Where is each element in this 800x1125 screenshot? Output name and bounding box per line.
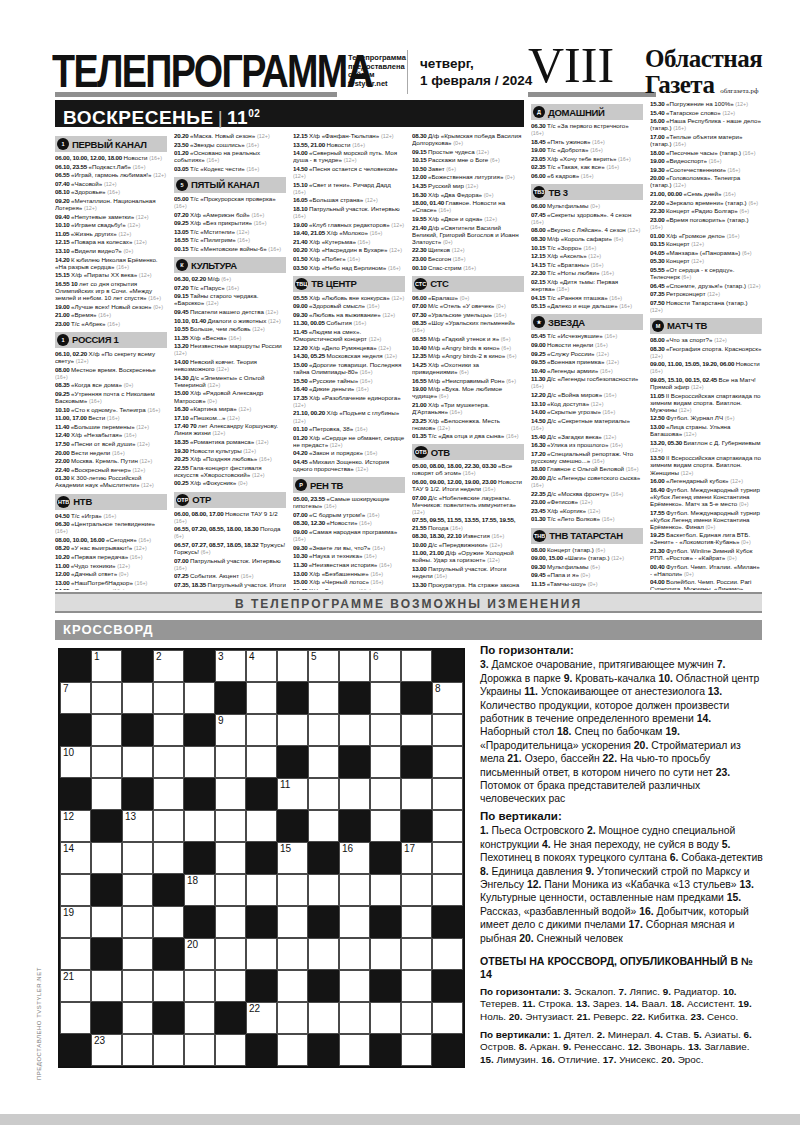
white-cell [91, 970, 122, 1002]
program-item: 09.25 «Служу России» (12+) [531, 350, 643, 358]
program-item: 07.20 Т/с «Парус» (16+) [174, 284, 286, 292]
white-cell: 12 [60, 810, 91, 842]
white-cell: 16 [339, 842, 370, 874]
black-cell [277, 746, 308, 778]
clue-number: 23 [94, 1035, 105, 1047]
program-item: 15.15 Х/ф «Пираты XX века» (12+) [55, 271, 167, 279]
black-cell [91, 810, 122, 842]
program-item: 17.20 «Специальный репортаж. Что русском… [531, 450, 643, 465]
program-item: 14.35 Русский мир (12+) [412, 182, 524, 190]
program-item: 18.35 «Романтика романса» (12+) [174, 438, 286, 446]
black-cell [122, 714, 153, 746]
channel-logo-icon: Д [533, 106, 545, 118]
white-cell [184, 1034, 215, 1066]
white-cell [215, 970, 246, 1002]
clue-number: 15 [280, 843, 291, 855]
black-cell [308, 842, 339, 874]
black-cell [308, 906, 339, 938]
channel-header: ТВ3ТВ 3 [531, 184, 643, 200]
program-item: 04.15 Т/с «Ранняя пташка» (16+) [531, 294, 643, 302]
white-cell [153, 810, 184, 842]
black-cell [401, 682, 432, 714]
program-item: 11.00, 17.00 Вести (16+) [55, 414, 167, 422]
clue-number: 7 [63, 683, 69, 695]
black-cell [91, 938, 122, 970]
white-cell [277, 650, 308, 682]
white-cell [246, 810, 277, 842]
program-item: 22.35 Д/с «Москва фронту» (16+) [531, 490, 643, 498]
clue-number: 4 [249, 651, 255, 663]
tv-column-5: ДДОМАШНИЙ06.30 Т/с «За первого встречног… [531, 100, 643, 590]
program-item: 08.55 М/ф «Гадкий утенок и я» (6+) [412, 335, 524, 343]
white-cell [91, 778, 122, 810]
white-cell [277, 970, 308, 1002]
black-cell [60, 778, 91, 810]
program-item: 13.55, 21.00 Новости (16+) [293, 141, 405, 149]
channel-header: ОТРОТР [174, 492, 286, 508]
schedule-notice-bar: В ТЕЛЕПРОГРАММЕ ВОЗМОЖНЫ ИЗМЕНЕНИЯ [55, 592, 762, 613]
program-item: 06.30 Т/с «За первого встречного» (16+) [531, 122, 643, 137]
white-cell [432, 746, 463, 778]
program-item: 11.05 II Всероссийская спартакиада по зи… [650, 392, 762, 414]
program-item: 19.30 Новости культуры (12+) [174, 447, 286, 455]
program-item: 13.20 Неизвестные маршруты России (12+) [174, 342, 286, 357]
crossword-clues: По горизонтали: 3. Дамское очарование, п… [480, 642, 763, 1071]
white-cell: 6 [370, 650, 401, 682]
channel-name: ОТР [192, 494, 211, 505]
program-item: 22.55 Гала-концерт фестиваля искусств «Х… [174, 464, 286, 479]
program-item: 05.00, 23.55 «Самые шокирующие гипотезы»… [293, 495, 405, 510]
program-item: 23.25 Х/ф «Белоснежка. Месть гномов» (12… [412, 417, 524, 432]
clue-number: 3 [218, 651, 224, 663]
program-item: 06.55, 07.20, 08.55, 18.00, 18.30 Погода… [174, 525, 286, 540]
program-item: 04.50 Т/с «Игра» (16+) [55, 512, 167, 520]
program-item: 10.10 «Играем свадьбу!» (12+) [55, 221, 167, 229]
program-item: 07.40 «Часовой» (12+) [55, 180, 167, 188]
black-cell [153, 938, 184, 970]
clue-number: 17 [404, 843, 415, 855]
program-item: 05.45 Т/с «Исчезнувшие» (16+) [531, 332, 643, 340]
white-cell: 11 [277, 778, 308, 810]
white-cell [370, 714, 401, 746]
program-item: 12.15 Х/ф «Фанфан-Тюльпан» (12+) [293, 132, 405, 140]
white-cell: 10 [60, 746, 91, 778]
channel-header: 5ПЯТЫЙ КАНАЛ [174, 177, 286, 193]
white-cell [370, 874, 401, 906]
white-cell [339, 650, 370, 682]
program-item: 21.00 Х/ф «Три мушкетера. Д'Артаньян» (1… [412, 401, 524, 416]
program-item: 08.00 Концерт (татар.) (6+) [531, 546, 643, 554]
white-cell [370, 746, 401, 778]
program-item: 09.00 «Здоровый смысл» (16+) [293, 302, 405, 310]
program-item: 04.45 «Михаил Зощенко. История одного пр… [293, 458, 405, 473]
black-cell [370, 906, 401, 938]
program-item: 17.40 70 лет Александру Коршунову. Линия… [174, 422, 286, 437]
program-item: 08.00 Местное время. Воскресенье (16+) [55, 366, 167, 381]
answers-across: По горизонтали: 3. Эскалоп. 7. Ляпис. 9.… [480, 986, 763, 1024]
program-item: 07.35, 18.35 Патрульный участок. Итоги н… [174, 581, 286, 590]
white-cell [339, 778, 370, 810]
white-cell: 13 [122, 810, 153, 842]
issue-date: четверг, 1 февраля / 2024 [420, 55, 532, 89]
program-item: 19.00 М/ф «Бука. Мое любимое чудище» (6+… [412, 385, 524, 400]
program-item: 08.10 «Здоровье» (16+) [55, 188, 167, 196]
program-item: 10.15 Т/с «Зорро» (16+) [531, 244, 643, 252]
white-cell [122, 746, 153, 778]
program-item: 09.00 «Самая народная программа» (16+) [293, 528, 405, 543]
white-cell [246, 938, 277, 970]
black-cell [184, 714, 215, 746]
channel-header: ОТВОТВ [412, 444, 524, 460]
black-cell [432, 1034, 463, 1066]
program-item: 11.00 «Чудо техники» (12+) [55, 562, 167, 570]
crossword-section-title: КРОССВОРД [55, 620, 762, 640]
white-cell [308, 1002, 339, 1034]
tv-column-2: 20.20 «Маска. Новый сезон» (12+)23.50 «З… [174, 132, 286, 590]
program-item: 11.30, 00.05 События (16+) [293, 319, 405, 327]
white-cell [184, 970, 215, 1002]
white-cell [370, 810, 401, 842]
white-cell [153, 1034, 184, 1066]
program-item: 13.00 «НашПотребНадзор» (16+) [55, 579, 167, 587]
program-item: 01.20 «Основано на реальных событиях» (1… [174, 149, 286, 164]
program-item: 15.00 «Дорогие товарищи. Последняя тайна… [293, 361, 405, 376]
white-cell [401, 874, 432, 906]
program-item: 18.00 Главное с Ольгой Беловой (16+) [531, 465, 643, 473]
program-item: 13.10 «Код доступа» (12+) [531, 400, 643, 408]
program-item: 05.00, 08.00, 18.00, 22.30, 03.30 «Все г… [412, 462, 524, 477]
white-cell [308, 810, 339, 842]
clue-number: 5 [311, 651, 317, 663]
program-item: 22.00 «Зеркало времени» (татар.) (6+) [650, 199, 762, 207]
program-item: 06.10, 02.20 Х/ф «По секрету всему свету… [55, 350, 167, 365]
program-item: 06.00 «Ералаш» (0+) [412, 294, 524, 302]
program-item: 12.00 «Дачный ответ» (0+) [55, 570, 167, 578]
black-cell [432, 906, 463, 938]
program-item: 10.40 М/ф «Angry birds в кино» (6+) [412, 344, 524, 352]
white-cell [91, 842, 122, 874]
program-item: 10.15 Расскажи мне о Боге (6+) [412, 156, 524, 164]
masthead-rule [55, 92, 337, 97]
program-item: 16.40 «Дикие деньги» (16+) [293, 385, 405, 393]
white-cell [184, 810, 215, 842]
white-cell [370, 938, 401, 970]
program-item: 08.30, 18.30, 22.10 Известия (16+) [412, 532, 524, 540]
program-item: 16.05 «Большая страна» (12+) [293, 196, 405, 204]
white-cell [401, 778, 432, 810]
white-cell [246, 714, 277, 746]
clue-number: 10 [63, 747, 74, 759]
tv-column-6: 15.30 «Погружение на 100%» (12+)15.40 «Т… [650, 100, 762, 590]
white-cell: 18 [184, 874, 215, 906]
white-cell [215, 874, 246, 906]
program-item: 01.20 Х/ф «Сердце не обманет, сердце не … [293, 434, 405, 449]
program-item: 21.00 «Время» (16+) [55, 311, 167, 319]
black-cell [184, 842, 215, 874]
white-cell [246, 746, 277, 778]
program-item: 09.05, 15.10, 00.15, 02.45 Все на Матч! … [650, 376, 762, 391]
program-item: 21.00, 00.00 «Семь дней» (16+) [650, 190, 762, 198]
white-cell [401, 970, 432, 1002]
program-item: 14.50 Д/с «Секретные материалы» (16+) [531, 417, 643, 432]
program-item: 12.40 Х/ф «Незабытая» (16+) [55, 431, 167, 439]
white-cell [277, 874, 308, 906]
black-cell [246, 906, 277, 938]
white-cell [122, 842, 153, 874]
program-item: 11.45 «Молодежная остановка» (татар.) (6… [531, 589, 643, 591]
program-item: 19.55 Х/ф «Двое и одна» (12+) [412, 215, 524, 223]
program-item: 14.05 «Однажды...» (16+) [55, 587, 167, 590]
white-cell [153, 906, 184, 938]
white-cell [184, 746, 215, 778]
program-item: 18.00 «Песочные часы» (татар.) (16+) [650, 149, 762, 157]
white-cell [339, 1034, 370, 1066]
white-cell: 19 [60, 906, 91, 938]
white-cell [153, 778, 184, 810]
clue-number: 21 [63, 971, 74, 983]
program-item: 07.00 Д/с «Нобелевские лауреаты. Мечнико… [412, 494, 524, 516]
program-item: 23.05 Х/ф «Хочу тебе верить» (16+) [531, 155, 643, 163]
channel-name: ПЕРВЫЙ КАНАЛ [72, 139, 147, 150]
program-item: 17.50 «Песни от всей души» (12+) [55, 440, 167, 448]
black-cell [246, 1034, 277, 1066]
program-item: 10.10 «Сто к одному». Телеигра (16+) [55, 406, 167, 414]
white-cell [432, 714, 463, 746]
program-item: 09.00 Новости недели (16+) [531, 341, 643, 349]
channel-logo-icon: ★ [533, 316, 545, 328]
program-item: 09.15 Тайны старого чердака. «Барокко» (… [174, 292, 286, 307]
black-cell [215, 682, 246, 714]
clue-number: 14 [63, 843, 74, 855]
program-item: 06.00 «6 кадров» (16+) [531, 172, 643, 180]
program-item: 11.15 «Тамчы-шоу» (0+) [531, 580, 643, 588]
program-item: 23.00 «Время поговорить» (татар.) (16+) [650, 216, 762, 231]
white-cell [184, 682, 215, 714]
program-item: 13.00 Х/ф «Безбашенные» (16+) [293, 570, 405, 578]
program-item: 11.30 «Неизвестная история» (16+) [293, 561, 405, 569]
program-item: 06.30, 02.20 М/ф (6+) [174, 275, 286, 283]
program-item: 21.30 Футбол. Winline Зимний Кубок РПЛ. … [650, 547, 762, 562]
program-item: 06.10, 23.55 «Подкаст.Лаб» (16+) [55, 163, 167, 171]
white-cell [153, 746, 184, 778]
program-item: 15.00 Х/ф «Черный лотос» (16+) [293, 578, 405, 586]
channel-name: ТНВ ТАТАРСТАН [549, 530, 623, 541]
program-item: 16.30 «Улика из прошлого» (16+) [531, 441, 643, 449]
program-item: 08.30 Д/ф «Крымская победа Василия Долго… [412, 132, 524, 147]
program-item: 15.10 «Свет и тени». Ричард Дадд (16+) [293, 181, 405, 196]
black-cell [246, 778, 277, 810]
program-item: 08.20 «У нас выигрывают!» (12+) [55, 544, 167, 552]
channel-name: МАТЧ ТВ [667, 320, 707, 331]
down-heading: По вертикали: [480, 810, 763, 823]
program-item: 23.00 Бесогон (18+) [412, 255, 524, 263]
program-item: 16.55 Т/с «Пилигрим» (16+) [174, 236, 286, 244]
white-cell [60, 874, 91, 906]
white-cell [432, 1002, 463, 1034]
program-item: 09.30 «Знаете ли вы, что?» (16+) [293, 544, 405, 552]
white-cell [308, 938, 339, 970]
footer-bar [0, 1114, 800, 1125]
program-item: 20.00 «Головоломка». Телеигра (татар.) (… [650, 174, 762, 189]
white-cell [215, 906, 246, 938]
white-cell [122, 970, 153, 1002]
channel-header: ККУЛЬТУРА [174, 257, 286, 273]
white-cell: 8 [432, 682, 463, 714]
program-item: 16.55 10 лет со дня открытия Олимпийских… [55, 280, 167, 302]
program-item: 13.05 Т/с «Мстители» (12+) [174, 228, 286, 236]
program-item: 23.00 Т/с «Абрек» (16+) [55, 320, 167, 328]
program-item: 03.15 Концерт (12+) [650, 240, 762, 248]
black-cell [153, 874, 184, 906]
white-cell [308, 714, 339, 746]
channel-logo-icon: ОТР [176, 494, 189, 506]
page-title: ТЕЛЕПРОГРАММА [52, 44, 372, 98]
white-cell [339, 906, 370, 938]
program-item: 22.30 Т/с «Ноты любви» (16+) [531, 269, 643, 277]
provided-by-caption: ПРЕДОСТАВЛЕНО TVSTYLER.NET [36, 967, 42, 1080]
program-item: 23.45 Х/ф «Кортик» (12+) [531, 507, 643, 515]
black-cell [60, 1034, 91, 1066]
white-cell: 2 [153, 650, 184, 682]
white-cell [246, 682, 277, 714]
white-cell [401, 938, 432, 970]
program-item: 10.00 Д/с «Передвижники» (12+) [412, 541, 524, 549]
white-cell [432, 778, 463, 810]
white-cell [277, 1002, 308, 1034]
program-item: 17.10 «Пешком...» (12+) [174, 414, 286, 422]
channel-logo-icon: ОТВ [414, 446, 428, 458]
program-item: 12.00 «Божественная литургия» (0+) [412, 173, 524, 181]
program-item: 16.00 «Наша Республика - наше дело» (тат… [650, 117, 762, 132]
program-item: 15.40 «Татарское слово» (12+) [650, 109, 762, 117]
program-item: 00.10 Спас-стрим (16+) [412, 264, 524, 272]
channel-name: ЗВЕЗДА [548, 317, 585, 328]
black-cell [246, 970, 277, 1002]
channel-logo-icon: СТС [414, 278, 427, 290]
white-cell: 5 [308, 650, 339, 682]
channel-logo-icon: 5 [176, 179, 188, 191]
white-cell [339, 938, 370, 970]
black-cell [339, 746, 370, 778]
white-cell [153, 714, 184, 746]
program-item: 09.40 «Непутевые заметки» (12+) [55, 213, 167, 221]
program-item: 10.10, 01.40 Диалоги о животных (12+) [174, 317, 286, 325]
white-cell [215, 1034, 246, 1066]
white-cell [60, 938, 91, 970]
program-item: 10.20 «Первая передача» (16+) [55, 553, 167, 561]
white-cell [153, 970, 184, 1002]
white-cell: 15 [277, 842, 308, 874]
program-item: 20.00 Вести недели (16+) [55, 449, 167, 457]
program-item: 08.30 «География спорта. Красноярск» (12… [650, 345, 762, 360]
newspaper-site: облгазета.рф [720, 87, 758, 95]
program-item: 16.30 Х/ф «Два Федора» (0+) [412, 191, 524, 199]
program-item: 09.25 Х/ф «Без прикрытия» (16+) [174, 219, 286, 227]
white-cell [153, 842, 184, 874]
program-item: 08.30 М/ф «Король сафари» (6+) [531, 235, 643, 243]
program-item: 06.55 «Играй, гармонь любимая!» (12+) [55, 171, 167, 179]
program-item: 11.00, 21.00 Д/ф «Оружие Холодной войны.… [412, 549, 524, 564]
white-cell [308, 746, 339, 778]
white-cell [153, 682, 184, 714]
channel-logo-icon: ТВ3 [533, 186, 545, 198]
white-cell [215, 778, 246, 810]
channel-name: СТС [430, 278, 448, 289]
black-cell [122, 650, 153, 682]
program-item: 16.45 Х/ф «Бог грома» (16+) [293, 587, 405, 590]
crossword-grid: 1234567891011121314151617181920212223 [58, 648, 465, 1068]
program-item: 11.35 Х/ф «Весна» (16+) [174, 334, 286, 342]
program-item: 07.00 Патрульный участок. Интервью (16+) [174, 557, 286, 572]
channel-logo-icon: 1 [57, 138, 69, 150]
white-cell [432, 842, 463, 874]
white-cell [277, 906, 308, 938]
page-number-rule [528, 92, 656, 97]
program-item: 14.00 «Скрытые угрозы» (16+) [531, 408, 643, 416]
white-cell: 23 [91, 1034, 122, 1066]
program-item: 05.15 «Далеко и еще дальше» (16+) [531, 302, 643, 310]
program-item: 22.30 Щипков (12+) [412, 246, 524, 254]
channel-name: РЕН ТВ [310, 480, 343, 491]
program-item: 06.00, 09.00, 12.00, 19.00, 23.00 Новост… [412, 478, 524, 493]
white-cell [122, 938, 153, 970]
program-item: 01.30 Т/с «Лето Волков» (16+) [531, 515, 643, 523]
channel-name: ТВ ЦЕНТР [311, 278, 356, 289]
white-cell [401, 1002, 432, 1034]
black-cell [432, 970, 463, 1002]
white-cell [215, 842, 246, 874]
program-item: 21.10, 00.20 Х/ф «Подъем с глубины» (12+… [293, 409, 405, 424]
program-item: 02.35 Т/с «Такая, как все» (16+) [531, 163, 643, 171]
program-item: 14.00 «Северный морской путь. Моя душа -… [293, 149, 405, 164]
black-cell [246, 842, 277, 874]
program-item: 11.30 Д/с «Легенды госбезопасности» (16+… [531, 375, 643, 390]
program-item: 13.20, 05.30 Биатлон с Д. Губерниевым (1… [650, 439, 762, 454]
channel-logo-icon: 1 [57, 334, 69, 346]
program-item: 18.10 Патрульный участок. Интервью (16+) [293, 205, 405, 220]
program-item: 05.55 «От сердца - к сердцу». Телеочерк … [650, 266, 762, 281]
white-cell [122, 1034, 153, 1066]
white-cell [122, 1002, 153, 1034]
clue-number: 13 [125, 811, 136, 823]
down-clues: 1. Пьеса Островского 2. Мощное судно спе… [480, 824, 763, 945]
program-item: 09.30 Мультфильмы (6+) [531, 563, 643, 571]
program-item: 00.15 Т/с «Ментовские войны-6» (16+) [174, 245, 286, 253]
program-item: 13.50 II Всероссийская спартакиада по зи… [650, 454, 762, 476]
white-cell: 21 [60, 970, 91, 1002]
program-item: 16.30 «Картина мира» (12+) [174, 405, 286, 413]
day-header-bar: ВОСКРЕСЕНЬЕ|1102 [55, 100, 524, 127]
program-item: 15.50 «Русские тайны» (16+) [293, 377, 405, 385]
program-item: 22.00 Москва. Кремль. Путин (12+) [55, 457, 167, 465]
program-item: 17.55 Футбол. Международный турнир «Кубо… [650, 509, 762, 531]
white-cell [91, 682, 122, 714]
black-cell [432, 650, 463, 682]
program-item: 00.20 Х/ф «Насреддин в Бухаре» (12+) [293, 246, 405, 254]
black-cell [91, 1002, 122, 1034]
program-item: 20.00 Д/с «Легенды советского сыска» (16… [531, 474, 643, 489]
clue-number: 16 [342, 843, 353, 855]
program-item: 21.40 Д/ф «Святители Василий Великий, Гр… [412, 224, 524, 246]
newspaper-logo: Областная Газета облгазета.рф [645, 46, 762, 104]
program-item: 07.20 Х/ф «Америкэн бой» (16+) [174, 211, 286, 219]
white-cell [308, 778, 339, 810]
white-cell [401, 650, 432, 682]
clue-number: 8 [435, 683, 441, 695]
channel-logo-icon: К [176, 259, 188, 271]
white-cell [215, 810, 246, 842]
white-cell [370, 1002, 401, 1034]
